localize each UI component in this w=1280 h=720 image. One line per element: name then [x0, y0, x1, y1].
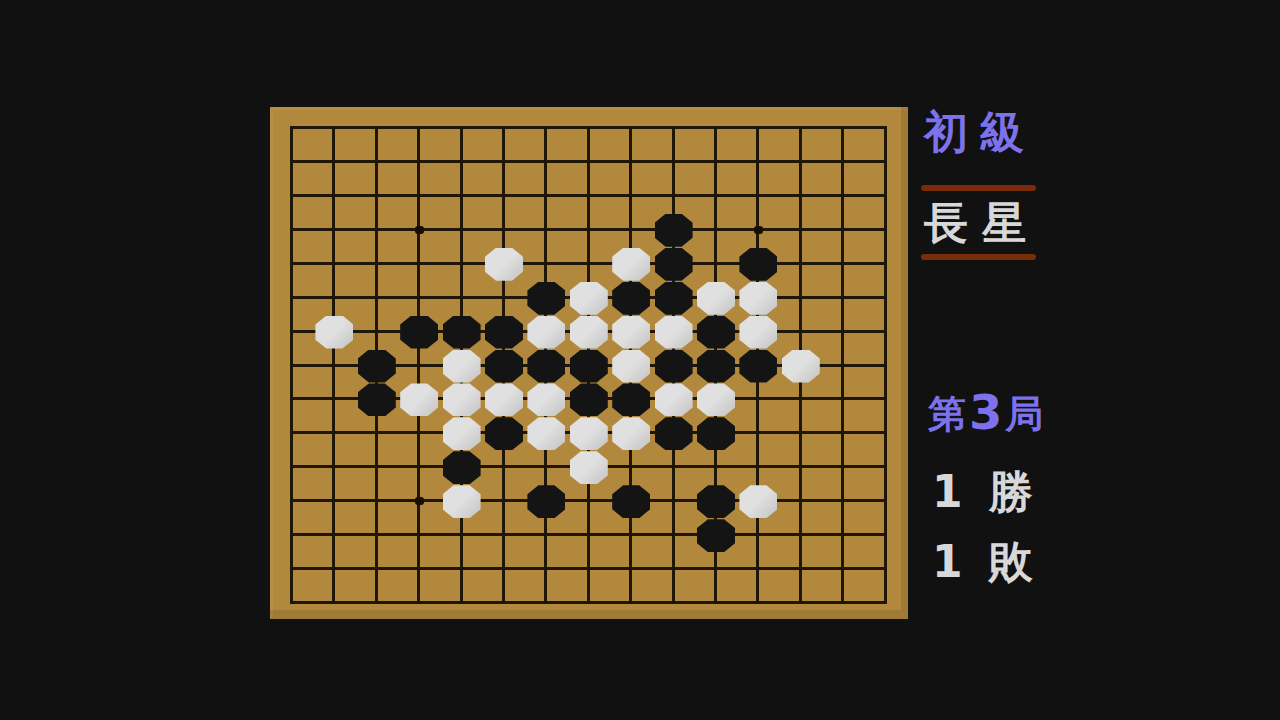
black-stone [739, 248, 777, 281]
black-stone [527, 282, 565, 315]
black-stone [655, 248, 693, 281]
goban-board[interactable] [270, 107, 908, 619]
black-stone [697, 417, 735, 450]
grid-line-horizontal [290, 533, 887, 536]
black-stone [443, 316, 481, 349]
black-stone [739, 350, 777, 383]
black-stone [612, 282, 650, 315]
black-stone [697, 519, 735, 552]
white-stone [485, 383, 523, 416]
wins-kanji: 勝 [989, 466, 1033, 517]
black-stone [612, 485, 650, 518]
black-stone [400, 316, 438, 349]
white-stone [570, 451, 608, 484]
star-point [415, 497, 424, 505]
opening-name-label: 長星 [924, 201, 1040, 245]
black-stone [527, 350, 565, 383]
grid-line-horizontal [290, 160, 887, 163]
star-point [415, 226, 424, 234]
white-stone [443, 383, 481, 416]
white-stone [782, 350, 820, 383]
white-stone [612, 350, 650, 383]
black-stone [485, 350, 523, 383]
black-stone [527, 485, 565, 518]
wins-count: 1 [932, 466, 963, 517]
black-stone [485, 417, 523, 450]
white-stone [739, 485, 777, 518]
game-number-suffix: 局 [1005, 392, 1043, 436]
white-stone [527, 383, 565, 416]
white-stone [443, 350, 481, 383]
white-stone [739, 282, 777, 315]
white-stone [697, 383, 735, 416]
white-stone [612, 248, 650, 281]
white-stone [697, 282, 735, 315]
black-stone [612, 383, 650, 416]
grid-line-horizontal [290, 228, 887, 231]
losses-label: 1敗 [932, 540, 1033, 584]
black-stone [697, 316, 735, 349]
black-stone [358, 350, 396, 383]
grid-line-horizontal [290, 567, 887, 570]
divider-top [921, 185, 1036, 191]
white-stone [443, 485, 481, 518]
black-stone [655, 417, 693, 450]
losses-count: 1 [932, 536, 963, 587]
losses-kanji: 敗 [989, 536, 1033, 587]
black-stone [655, 282, 693, 315]
white-stone [570, 316, 608, 349]
game-number-prefix: 第 [928, 392, 966, 436]
black-stone [485, 316, 523, 349]
black-stone [697, 350, 735, 383]
white-stone [739, 316, 777, 349]
divider-bottom [921, 254, 1036, 260]
grid-line-horizontal [290, 194, 887, 197]
white-stone [527, 417, 565, 450]
game-screen: 初級 長星 第3局 1勝 1敗 [0, 0, 1280, 720]
grid-line-horizontal [290, 601, 887, 604]
grid-line-horizontal [290, 262, 887, 265]
black-stone [570, 350, 608, 383]
white-stone [570, 417, 608, 450]
wins-label: 1勝 [932, 470, 1033, 514]
white-stone [400, 383, 438, 416]
white-stone [655, 316, 693, 349]
black-stone [358, 383, 396, 416]
grid-line-horizontal [290, 499, 887, 502]
white-stone [527, 316, 565, 349]
black-stone [443, 451, 481, 484]
white-stone [612, 316, 650, 349]
black-stone [697, 485, 735, 518]
white-stone [485, 248, 523, 281]
white-stone [612, 417, 650, 450]
black-stone [655, 214, 693, 247]
game-number-label: 第3局 [928, 386, 1043, 434]
black-stone [655, 350, 693, 383]
star-point [754, 226, 763, 234]
black-stone [570, 383, 608, 416]
white-stone [443, 417, 481, 450]
game-number-value: 3 [969, 384, 1002, 440]
difficulty-label: 初級 [924, 110, 1036, 154]
white-stone [655, 383, 693, 416]
white-stone [315, 316, 353, 349]
white-stone [570, 282, 608, 315]
grid-line-horizontal [290, 126, 887, 129]
